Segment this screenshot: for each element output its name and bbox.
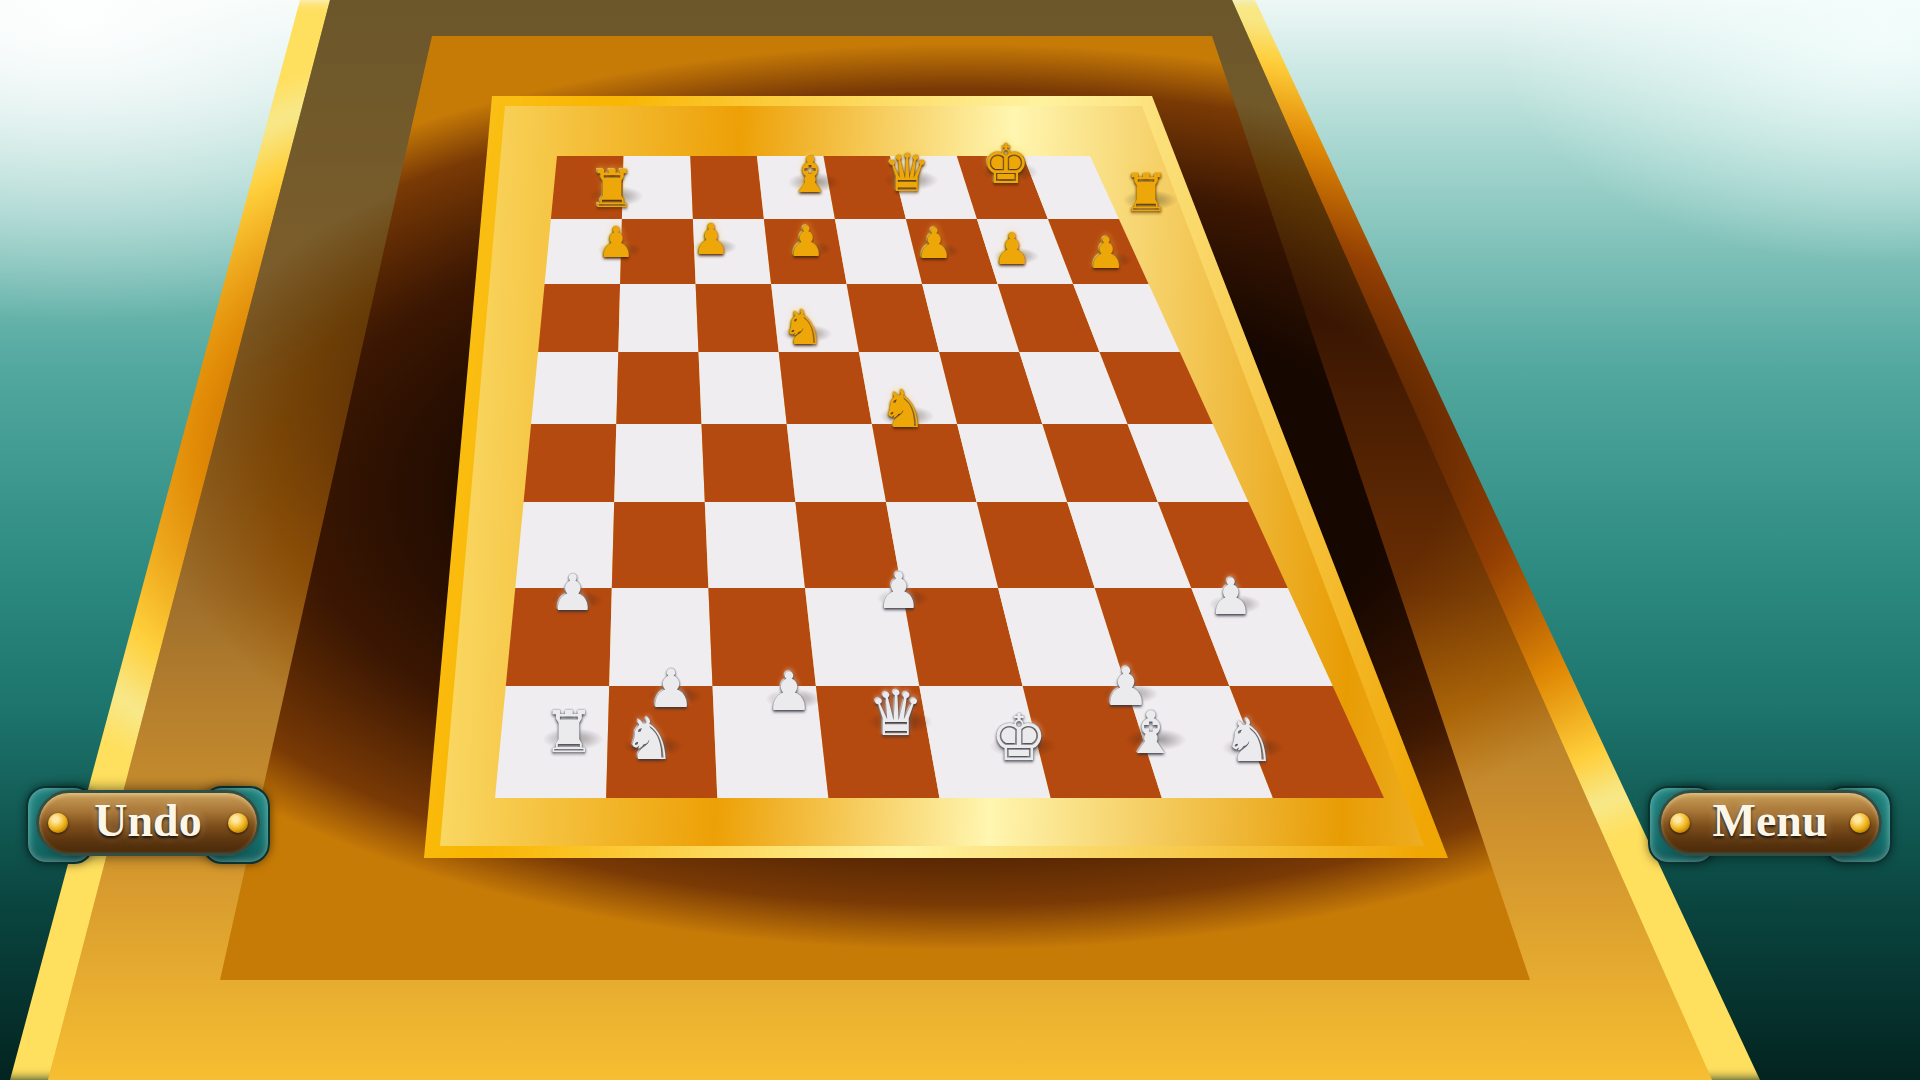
silver-knight-b1[interactable]: ♞ [623,710,675,768]
silver-rook-a1[interactable]: ♜ [543,703,595,761]
gold-king-g8[interactable]: ♚ [982,138,1030,192]
silver-pawn-d3[interactable]: ♟ [877,566,922,616]
undo-label: Undo [26,794,270,847]
silver-pawn-c2[interactable]: ♟ [765,665,813,718]
gold-pawn-g7[interactable]: ♟ [993,228,1032,271]
gold-rook-h8[interactable]: ♜ [1123,167,1170,219]
gold-pawn-a7[interactable]: ♟ [597,222,635,264]
undo-button[interactable]: Undo [26,786,270,860]
gold-pawn-f7[interactable]: ♟ [915,223,953,265]
gold-queen-f8[interactable]: ♛ [884,147,931,199]
gold-pawn-c7[interactable]: ♟ [692,219,730,261]
silver-knight-g1[interactable]: ♞ [1223,711,1276,770]
silver-pawn-g3[interactable]: ♟ [1209,572,1254,622]
gold-pawn-h7[interactable]: ♟ [1087,232,1126,275]
gold-knight-e4[interactable]: ♞ [880,383,927,435]
gold-pawn-d7[interactable]: ♟ [787,221,825,263]
menu-label: Menu [1648,794,1892,847]
silver-bishop-f1[interactable]: ♝ [1125,703,1178,762]
gold-bishop-d8[interactable]: ♝ [788,150,833,200]
silver-pawn-a3[interactable]: ♟ [551,568,596,618]
pieces-layer: ♜♝♛♚♜♟♟♟♟♟♟♞♞♟♟♟♟♟♟♜♞♛♚♝♞ [0,0,1920,1080]
silver-king-e1[interactable]: ♚ [990,706,1047,770]
game-screen: ♜♝♛♚♜♟♟♟♟♟♟♞♞♟♟♟♟♟♟♜♞♛♚♝♞ Undo Menu [0,0,1920,1080]
menu-button[interactable]: Menu [1648,786,1892,860]
gold-knight-d5[interactable]: ♞ [781,303,824,351]
gold-rook-a8[interactable]: ♜ [589,163,636,215]
silver-queen-d1[interactable]: ♛ [868,683,924,745]
